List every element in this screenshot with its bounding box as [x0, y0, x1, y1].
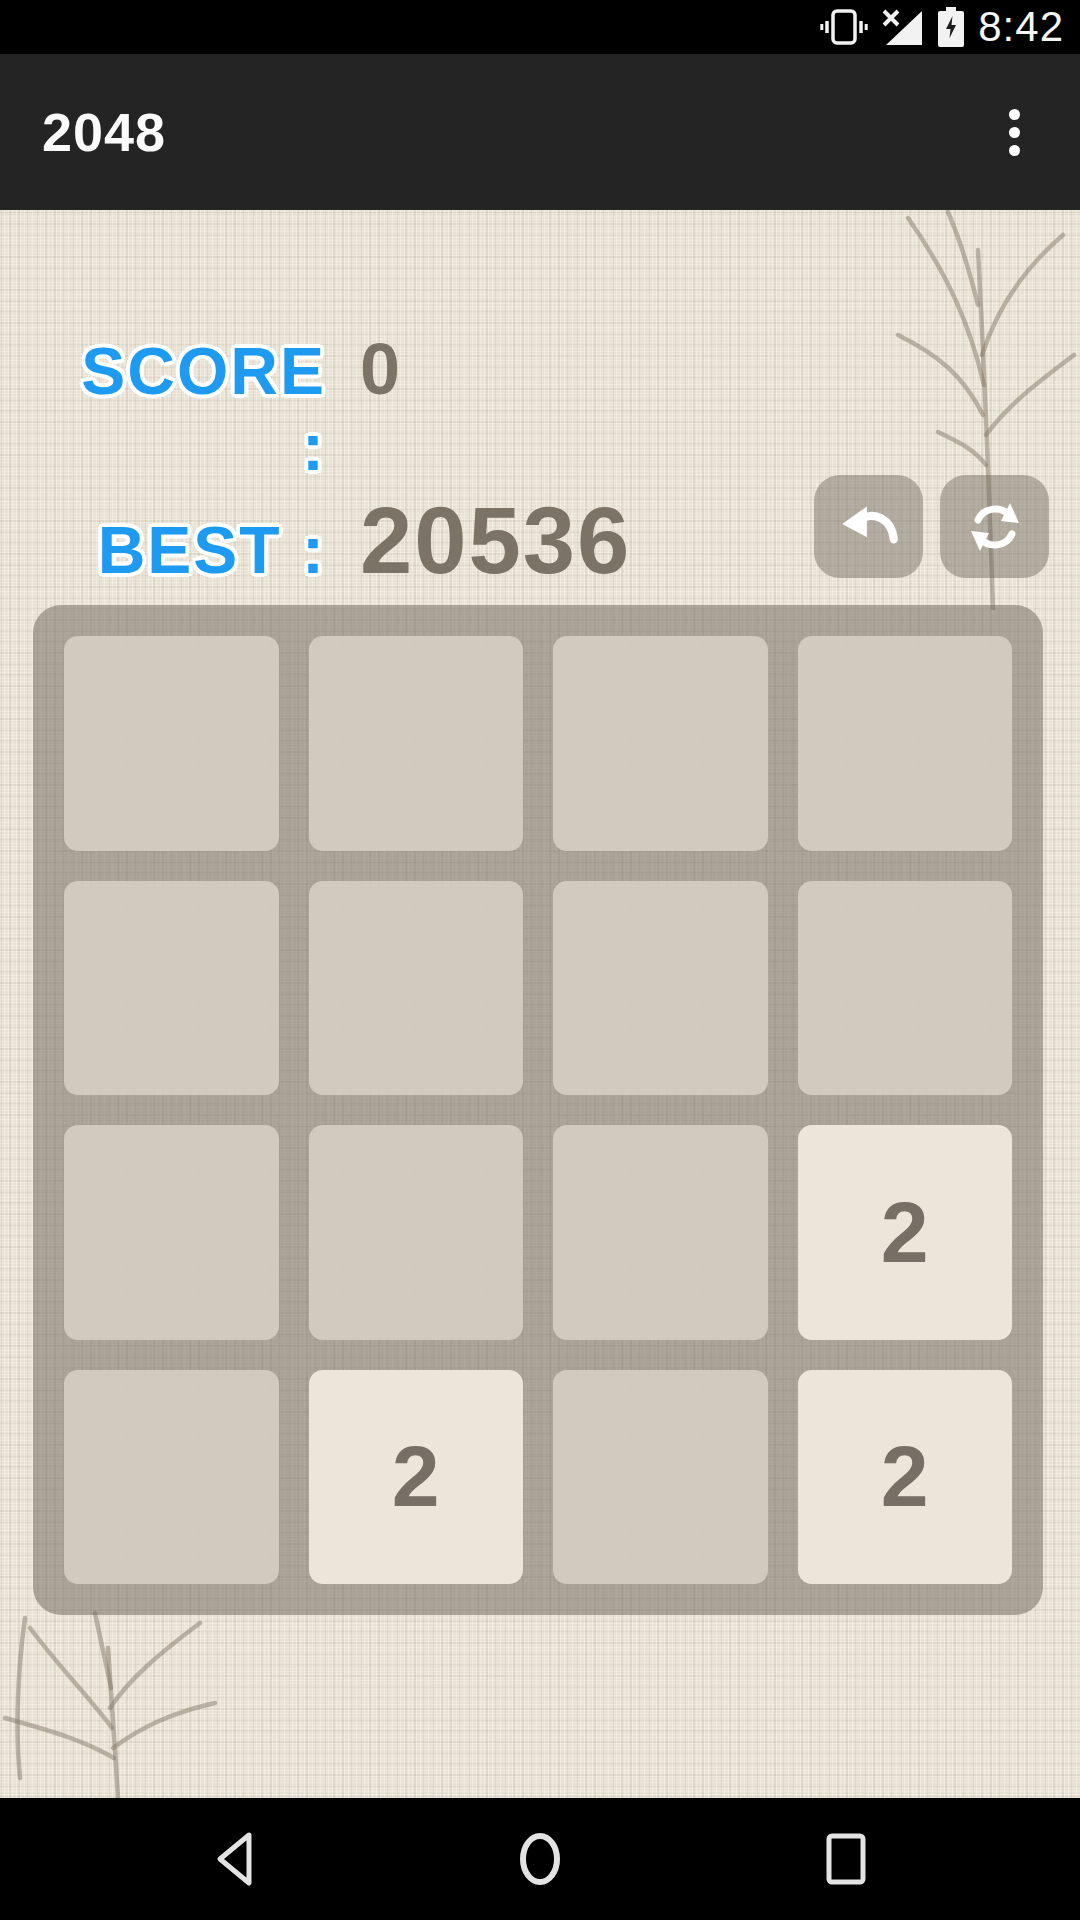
battery-charging-icon — [938, 7, 964, 47]
cell-r4c4: 2 — [798, 1370, 1013, 1585]
restart-button[interactable] — [940, 475, 1049, 578]
nav-bar — [0, 1798, 1080, 1920]
cell-r3c1 — [64, 1125, 279, 1340]
cell-r3c4: 2 — [798, 1125, 1013, 1340]
game-board[interactable]: 2 2 2 — [33, 605, 1043, 1615]
tree-branch-decoration-bottom-left — [0, 1608, 260, 1798]
recents-button[interactable] — [816, 1829, 876, 1889]
cell-r1c4 — [798, 636, 1013, 851]
cell-r1c1 — [64, 636, 279, 851]
cell-r1c2 — [309, 636, 524, 851]
home-button[interactable] — [510, 1829, 570, 1889]
score-row: SCORE : 0 — [58, 328, 631, 485]
back-icon — [214, 1831, 254, 1887]
back-button[interactable] — [204, 1829, 264, 1889]
cell-r2c4 — [798, 881, 1013, 1096]
score-value: 0 — [360, 328, 402, 410]
cell-r4c1 — [64, 1370, 279, 1585]
cell-r4c3 — [553, 1370, 768, 1585]
cell-r3c2 — [309, 1125, 524, 1340]
recents-icon — [825, 1832, 867, 1886]
controls — [814, 475, 1049, 578]
status-bar: 8:42 — [0, 0, 1080, 54]
no-signal-icon — [882, 9, 924, 45]
best-value: 20536 — [360, 487, 631, 595]
vibrate-icon — [820, 9, 868, 45]
game-content: SCORE : 0 BEST : 20536 — [0, 210, 1080, 1798]
cell-r2c1 — [64, 881, 279, 1096]
app-bar: 2048 — [0, 54, 1080, 210]
app-title: 2048 — [42, 101, 166, 163]
undo-icon — [836, 496, 902, 558]
best-label: BEST : — [58, 512, 326, 588]
cell-r3c3 — [553, 1125, 768, 1340]
score-label: SCORE : — [58, 333, 326, 485]
scoreboard: SCORE : 0 BEST : 20536 — [58, 328, 631, 595]
best-row: BEST : 20536 — [58, 487, 631, 595]
status-time: 8:42 — [978, 3, 1064, 51]
cell-r2c2 — [309, 881, 524, 1096]
cell-r1c3 — [553, 636, 768, 851]
android-screen: 8:42 2048 — [0, 0, 1080, 1920]
cell-r4c2: 2 — [309, 1370, 524, 1585]
overflow-menu-icon[interactable] — [984, 54, 1044, 210]
home-icon — [518, 1831, 562, 1887]
restart-icon — [963, 495, 1027, 559]
undo-button[interactable] — [814, 475, 923, 578]
cell-r2c3 — [553, 881, 768, 1096]
